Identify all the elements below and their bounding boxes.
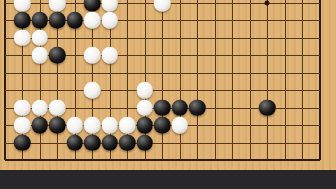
grid-line [302,0,303,160]
grid-line [162,0,163,160]
white-stone[interactable] [31,47,48,64]
white-stone[interactable] [84,12,101,29]
black-stone[interactable] [66,12,83,29]
board-edge-line [4,0,7,160]
star-point [265,1,270,6]
grid-line [285,0,286,160]
black-stone[interactable] [31,117,48,134]
white-stone[interactable] [66,117,83,134]
white-stone[interactable] [84,47,101,64]
white-stone[interactable] [49,0,66,11]
go-app-viewport [0,0,336,189]
white-stone[interactable] [101,47,118,64]
grid-line [5,143,320,144]
black-stone[interactable] [14,134,31,151]
white-stone[interactable] [14,30,31,47]
black-stone[interactable] [154,99,171,116]
black-stone[interactable] [66,134,83,151]
black-stone[interactable] [31,12,48,29]
grid-line [5,38,320,39]
black-stone[interactable] [171,99,188,116]
black-stone[interactable] [49,12,66,29]
grid-line [232,0,233,160]
white-stone[interactable] [14,99,31,116]
white-stone[interactable] [14,0,31,11]
white-stone[interactable] [84,82,101,99]
black-stone[interactable] [119,134,136,151]
black-stone[interactable] [154,117,171,134]
white-stone[interactable] [49,99,66,116]
white-stone[interactable] [101,0,118,11]
grid-line [267,0,268,160]
white-stone[interactable] [31,99,48,116]
white-stone[interactable] [31,30,48,47]
grid-line [215,0,216,160]
black-stone[interactable] [189,99,206,116]
black-stone[interactable] [14,12,31,29]
white-stone[interactable] [136,99,153,116]
go-board[interactable] [0,0,336,170]
grid-line [5,73,320,74]
white-stone[interactable] [154,0,171,11]
white-stone[interactable] [84,117,101,134]
black-stone[interactable] [259,99,276,116]
black-stone[interactable] [84,134,101,151]
white-stone[interactable] [119,117,136,134]
white-stone[interactable] [14,117,31,134]
black-stone[interactable] [136,134,153,151]
black-stone[interactable] [136,117,153,134]
black-stone[interactable] [49,47,66,64]
letterbox-bar [0,170,336,189]
grid-line [250,0,251,160]
grid-line [5,90,320,91]
white-stone[interactable] [101,117,118,134]
black-stone[interactable] [49,117,66,134]
grid-line [180,0,181,160]
white-stone[interactable] [101,12,118,29]
black-stone[interactable] [101,134,118,151]
board-edge-line [5,159,320,162]
board-edge-line [319,0,322,160]
white-stone[interactable] [171,117,188,134]
white-stone[interactable] [136,82,153,99]
grid-line [197,0,198,160]
black-stone[interactable] [84,0,101,11]
